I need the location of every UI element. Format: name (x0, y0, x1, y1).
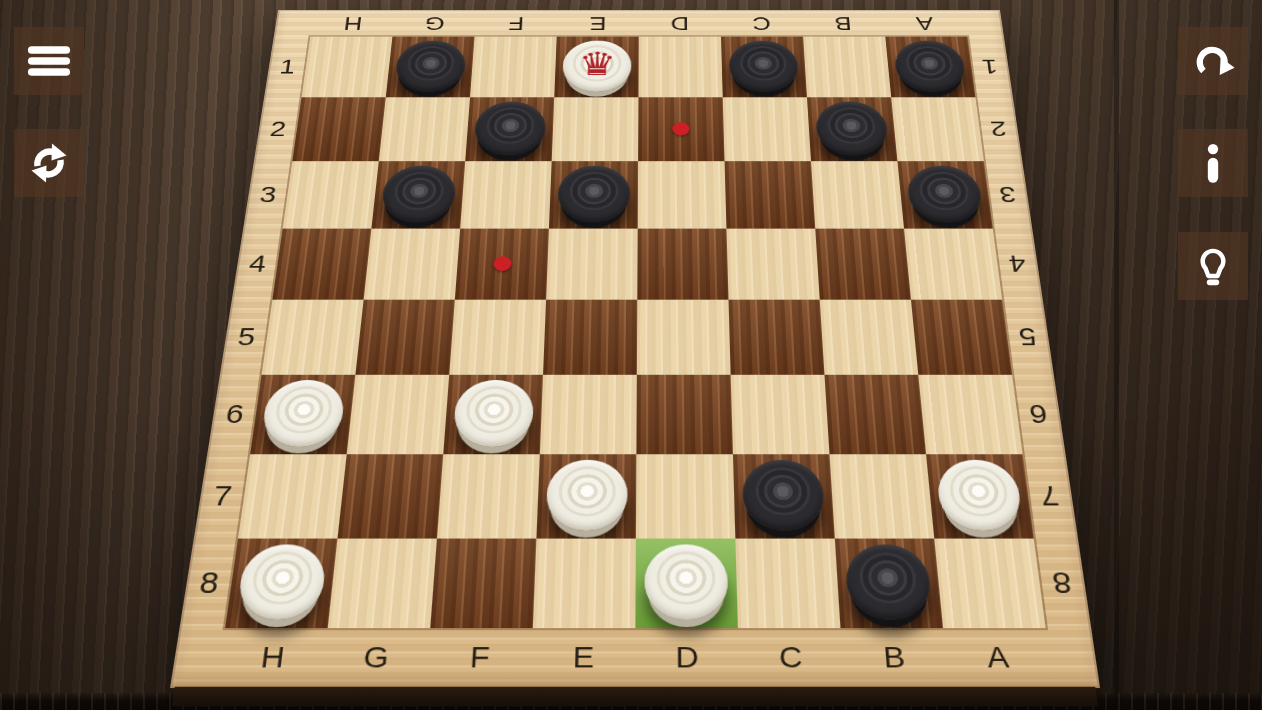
hint-button[interactable] (1178, 232, 1248, 300)
game-scene: HGFEDCBA HGFEDCBA 12345678 12345678 ♛ (0, 0, 1262, 710)
file-label: A (883, 10, 968, 37)
square-A6[interactable] (918, 375, 1022, 454)
bottom-file-labels: HGFEDCBA (217, 628, 1054, 688)
square-E2[interactable] (552, 97, 639, 161)
square-G2[interactable] (379, 97, 470, 161)
square-E8[interactable] (533, 539, 636, 629)
file-label: B (801, 10, 885, 37)
move-hint-dot[interactable] (493, 256, 512, 271)
square-D2[interactable] (638, 97, 724, 161)
square-C2[interactable] (723, 97, 811, 161)
square-G6[interactable] (347, 375, 450, 454)
file-label: E (557, 10, 639, 37)
square-E7[interactable] (536, 454, 636, 538)
square-F4[interactable] (455, 229, 549, 300)
square-E5[interactable] (543, 300, 637, 375)
square-G3[interactable] (371, 161, 465, 228)
square-C4[interactable] (726, 229, 819, 300)
info-button[interactable] (1178, 129, 1248, 197)
file-label: C (720, 10, 803, 37)
white-man-piece[interactable] (546, 460, 628, 531)
file-label: G (321, 628, 430, 688)
square-B5[interactable] (820, 300, 919, 375)
file-label: H (217, 628, 328, 688)
square-D3[interactable] (638, 161, 727, 228)
square-H8[interactable] (225, 539, 337, 629)
white-man-piece[interactable] (452, 380, 534, 447)
top-file-labels: HGFEDCBA (310, 10, 967, 37)
square-C3[interactable] (725, 161, 816, 228)
square-G7[interactable] (337, 454, 443, 538)
square-H1[interactable] (302, 37, 393, 98)
file-label: F (426, 628, 533, 688)
file-label: D (639, 10, 721, 37)
square-A4[interactable] (904, 229, 1002, 300)
swap-rotate-icon (25, 139, 73, 187)
checkers-board: HGFEDCBA HGFEDCBA 12345678 12345678 ♛ (170, 10, 1100, 688)
square-F8[interactable] (430, 539, 536, 629)
square-C1[interactable] (721, 37, 807, 98)
black-man-piece[interactable] (473, 102, 546, 156)
black-man-piece[interactable] (742, 460, 826, 531)
square-G8[interactable] (328, 539, 437, 629)
square-D6[interactable] (636, 375, 733, 454)
redo-arrow-icon (1190, 38, 1236, 84)
square-F6[interactable] (443, 375, 543, 454)
info-icon (1190, 140, 1236, 186)
square-G1[interactable] (386, 37, 475, 98)
square-G4[interactable] (364, 229, 461, 300)
white-man-piece[interactable] (935, 460, 1024, 531)
square-E6[interactable] (540, 375, 637, 454)
square-B4[interactable] (815, 229, 911, 300)
redo-button[interactable] (1178, 27, 1248, 95)
square-D7[interactable] (636, 454, 735, 538)
square-B1[interactable] (803, 37, 891, 98)
square-D5[interactable] (637, 300, 731, 375)
square-H6[interactable] (250, 375, 355, 454)
file-label: A (943, 628, 1053, 688)
black-man-piece[interactable] (380, 166, 457, 223)
board-squares: ♛ (225, 37, 1045, 628)
king-crown-icon: ♛ (562, 39, 631, 90)
move-hint-dot[interactable] (672, 122, 689, 135)
menu-button[interactable] (14, 27, 84, 95)
square-C7[interactable] (733, 454, 835, 538)
lightbulb-icon (1190, 243, 1236, 289)
square-A7[interactable] (926, 454, 1034, 538)
file-label: F (475, 10, 558, 37)
board-side-shadow (172, 687, 1098, 707)
black-man-piece[interactable] (394, 41, 467, 92)
square-A2[interactable] (891, 97, 984, 161)
square-D4[interactable] (637, 229, 728, 300)
square-C5[interactable] (729, 300, 825, 375)
black-man-piece[interactable] (844, 544, 933, 619)
square-C8[interactable] (735, 539, 840, 629)
white-king-piece[interactable]: ♛ (562, 41, 632, 92)
square-E4[interactable] (546, 229, 638, 300)
square-H5[interactable] (262, 300, 364, 375)
square-F3[interactable] (460, 161, 551, 228)
black-man-piece[interactable] (557, 166, 630, 223)
square-B3[interactable] (811, 161, 904, 228)
square-H3[interactable] (283, 161, 379, 228)
square-F7[interactable] (437, 454, 540, 538)
square-A3[interactable] (897, 161, 992, 228)
square-A8[interactable] (934, 539, 1045, 629)
square-H2[interactable] (292, 97, 385, 161)
white-man-piece[interactable] (260, 380, 347, 447)
square-F5[interactable] (449, 300, 546, 375)
square-E1[interactable]: ♛ (554, 37, 639, 98)
black-man-piece[interactable] (728, 41, 799, 92)
square-G5[interactable] (355, 300, 454, 375)
square-B6[interactable] (824, 375, 926, 454)
square-B8[interactable] (835, 539, 943, 629)
square-B2[interactable] (807, 97, 897, 161)
file-label: E (530, 628, 635, 688)
square-E3[interactable] (549, 161, 638, 228)
file-label: C (738, 628, 844, 688)
square-F1[interactable] (470, 37, 557, 98)
hamburger-icon (26, 38, 72, 84)
white-man-piece[interactable] (235, 544, 328, 619)
white-man-piece[interactable] (645, 544, 729, 619)
square-D8[interactable] (635, 539, 738, 629)
flip-board-button[interactable] (14, 129, 84, 197)
square-H4[interactable] (272, 229, 371, 300)
file-label: G (392, 10, 476, 37)
black-man-piece[interactable] (893, 41, 967, 92)
file-label: B (840, 628, 948, 688)
square-D1[interactable] (638, 37, 722, 98)
square-H7[interactable] (238, 454, 347, 538)
black-man-piece[interactable] (815, 102, 889, 156)
file-label: H (310, 10, 395, 37)
square-A1[interactable] (885, 37, 975, 98)
square-B7[interactable] (830, 454, 935, 538)
square-C6[interactable] (731, 375, 830, 454)
black-man-piece[interactable] (906, 166, 985, 223)
file-label: D (635, 628, 740, 688)
square-F2[interactable] (465, 97, 554, 161)
square-A5[interactable] (911, 300, 1012, 375)
